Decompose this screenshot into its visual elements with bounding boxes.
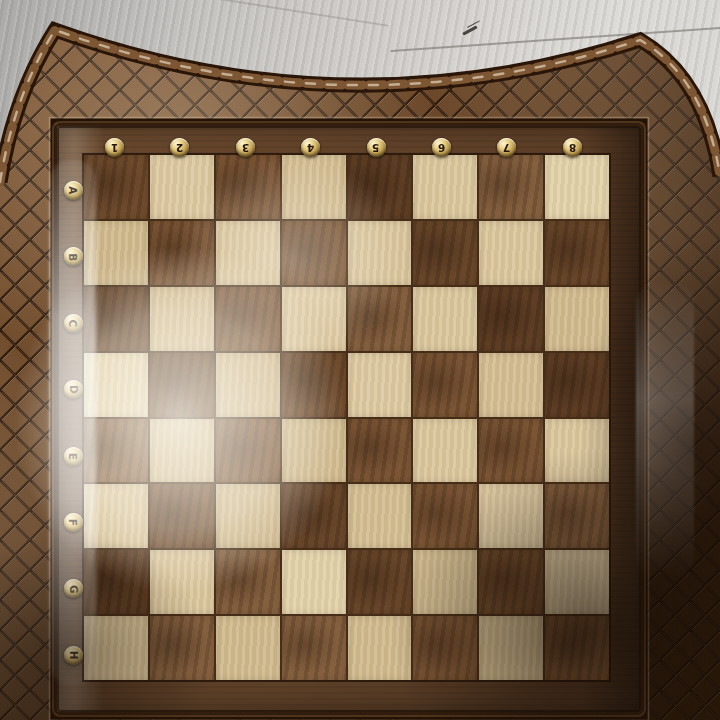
square-F4[interactable] <box>282 484 346 548</box>
square-A4[interactable] <box>282 155 346 219</box>
square-B8[interactable] <box>545 221 609 285</box>
square-C1[interactable] <box>84 287 148 351</box>
square-C2[interactable] <box>150 287 214 351</box>
square-B2[interactable] <box>150 221 214 285</box>
square-G2[interactable] <box>150 550 214 614</box>
square-G3[interactable] <box>216 550 280 614</box>
square-C8[interactable] <box>545 287 609 351</box>
square-H2[interactable] <box>150 616 214 680</box>
square-A1[interactable] <box>84 155 148 219</box>
square-E1[interactable] <box>84 419 148 483</box>
square-G7[interactable] <box>479 550 543 614</box>
square-B1[interactable] <box>84 221 148 285</box>
square-D2[interactable] <box>150 353 214 417</box>
square-A5[interactable] <box>348 155 412 219</box>
square-G1[interactable] <box>84 550 148 614</box>
square-D7[interactable] <box>479 353 543 417</box>
square-F1[interactable] <box>84 484 148 548</box>
square-D8[interactable] <box>545 353 609 417</box>
square-E6[interactable] <box>413 419 477 483</box>
square-F3[interactable] <box>216 484 280 548</box>
square-E7[interactable] <box>479 419 543 483</box>
square-C7[interactable] <box>479 287 543 351</box>
square-G8[interactable] <box>545 550 609 614</box>
square-H1[interactable] <box>84 616 148 680</box>
square-C3[interactable] <box>216 287 280 351</box>
square-H4[interactable] <box>282 616 346 680</box>
square-B3[interactable] <box>216 221 280 285</box>
square-C4[interactable] <box>282 287 346 351</box>
square-G5[interactable] <box>348 550 412 614</box>
square-A7[interactable] <box>479 155 543 219</box>
square-H5[interactable] <box>348 616 412 680</box>
square-F5[interactable] <box>348 484 412 548</box>
square-E3[interactable] <box>216 419 280 483</box>
square-A2[interactable] <box>150 155 214 219</box>
square-H7[interactable] <box>479 616 543 680</box>
square-E8[interactable] <box>545 419 609 483</box>
square-C5[interactable] <box>348 287 412 351</box>
square-G4[interactable] <box>282 550 346 614</box>
square-A6[interactable] <box>413 155 477 219</box>
square-D4[interactable] <box>282 353 346 417</box>
square-E4[interactable] <box>282 419 346 483</box>
square-D1[interactable] <box>84 353 148 417</box>
square-A8[interactable] <box>545 155 609 219</box>
square-C6[interactable] <box>413 287 477 351</box>
square-H3[interactable] <box>216 616 280 680</box>
square-B7[interactable] <box>479 221 543 285</box>
chess-board[interactable] <box>84 155 609 680</box>
square-D3[interactable] <box>216 353 280 417</box>
square-A3[interactable] <box>216 155 280 219</box>
square-F7[interactable] <box>479 484 543 548</box>
square-F2[interactable] <box>150 484 214 548</box>
square-D6[interactable] <box>413 353 477 417</box>
square-H6[interactable] <box>413 616 477 680</box>
square-D5[interactable] <box>348 353 412 417</box>
photo-scene: 1A2B3C4D5E6F7G8H <box>0 0 720 720</box>
square-F6[interactable] <box>413 484 477 548</box>
square-B5[interactable] <box>348 221 412 285</box>
square-B6[interactable] <box>413 221 477 285</box>
square-E2[interactable] <box>150 419 214 483</box>
square-E5[interactable] <box>348 419 412 483</box>
square-G6[interactable] <box>413 550 477 614</box>
square-B4[interactable] <box>282 221 346 285</box>
square-F8[interactable] <box>545 484 609 548</box>
square-H8[interactable] <box>545 616 609 680</box>
